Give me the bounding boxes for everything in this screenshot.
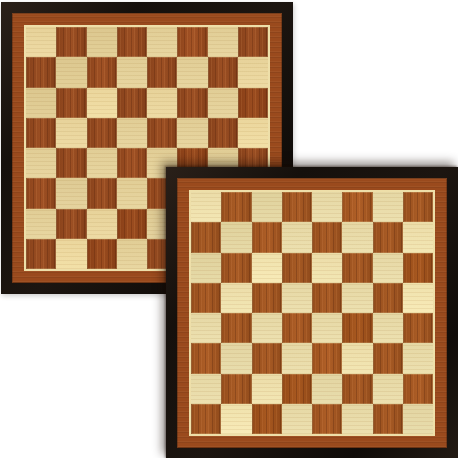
chessboard-front-square-r2c3: [252, 222, 282, 252]
chessboard-back-square-r4c5: [147, 118, 177, 148]
chessboard-back-square-r4c2: [56, 118, 86, 148]
chessboard-front-square-r4c6: [342, 283, 372, 313]
chessboard-front-square-r5c2: [221, 313, 251, 343]
chessboard-back-square-r2c6: [177, 57, 207, 87]
chessboard-back-square-r8c3: [87, 239, 117, 269]
chessboard-front-square-r2c5: [312, 222, 342, 252]
chessboard-front-square-r2c7: [373, 222, 403, 252]
chessboard-front-square-r8c6: [342, 404, 372, 434]
chessboard-front-square-r7c7: [373, 374, 403, 404]
chessboard-back-square-r2c5: [147, 57, 177, 87]
chessboard-front-square-r4c3: [252, 283, 282, 313]
chessboard-front-square-r8c3: [252, 404, 282, 434]
chessboard-front-square-r6c6: [342, 343, 372, 373]
chessboard-back-square-r8c1: [26, 239, 56, 269]
chessboard-front-square-r2c6: [342, 222, 372, 252]
chessboard-front-mahogany-border: [177, 178, 447, 448]
chessboard-front-square-r6c8: [403, 343, 433, 373]
chessboard-front-square-r1c1: [191, 192, 221, 222]
chessboard-back-square-r1c6: [177, 27, 207, 57]
chessboard-front-square-r4c4: [282, 283, 312, 313]
chessboard-front-square-r1c5: [312, 192, 342, 222]
chessboard-back-square-r3c5: [147, 88, 177, 118]
chessboard-front-square-r7c4: [282, 374, 312, 404]
product-photo-background: [0, 0, 458, 458]
chessboard-front-square-r1c8: [403, 192, 433, 222]
chessboard-front-square-r2c2: [221, 222, 251, 252]
chessboard-back-square-r3c7: [208, 88, 238, 118]
chessboard-front-square-r3c6: [342, 253, 372, 283]
chessboard-front-square-r2c4: [282, 222, 312, 252]
chessboard-back-square-r3c2: [56, 88, 86, 118]
chessboard-back-square-r8c2: [56, 239, 86, 269]
chessboard-front-square-r3c1: [191, 253, 221, 283]
chessboard-front-square-r8c7: [373, 404, 403, 434]
chessboard-front-square-r8c5: [312, 404, 342, 434]
chessboard-back-square-r2c1: [26, 57, 56, 87]
chessboard-front-square-r1c6: [342, 192, 372, 222]
chessboard-front-square-r5c4: [282, 313, 312, 343]
chessboard-back-square-r7c2: [56, 209, 86, 239]
chessboard-back-square-r3c1: [26, 88, 56, 118]
chessboard-back-square-r3c4: [117, 88, 147, 118]
chessboard-back-square-r1c5: [147, 27, 177, 57]
chessboard-back-square-r3c6: [177, 88, 207, 118]
chessboard-back-square-r5c2: [56, 148, 86, 178]
chessboard-front-square-r8c1: [191, 404, 221, 434]
chessboard-front-square-r3c3: [252, 253, 282, 283]
chessboard-front-square-r6c1: [191, 343, 221, 373]
chessboard-front-square-r3c7: [373, 253, 403, 283]
chessboard-front-square-r1c2: [221, 192, 251, 222]
chessboard-front: [166, 167, 458, 458]
chessboard-front-square-r4c2: [221, 283, 251, 313]
chessboard-front-square-r7c3: [252, 374, 282, 404]
chessboard-back-square-r1c4: [117, 27, 147, 57]
chessboard-front-square-r6c3: [252, 343, 282, 373]
chessboard-back-square-r5c1: [26, 148, 56, 178]
chessboard-front-square-r8c2: [221, 404, 251, 434]
chessboard-front-square-r5c3: [252, 313, 282, 343]
chessboard-back-square-r1c7: [208, 27, 238, 57]
chessboard-front-square-r7c5: [312, 374, 342, 404]
chessboard-front-square-r7c1: [191, 374, 221, 404]
chessboard-front-square-r1c7: [373, 192, 403, 222]
chessboard-back-square-r4c7: [208, 118, 238, 148]
chessboard-front-square-r6c5: [312, 343, 342, 373]
chessboard-back-square-r7c3: [87, 209, 117, 239]
chessboard-back-square-r4c4: [117, 118, 147, 148]
chessboard-front-square-r5c7: [373, 313, 403, 343]
chessboard-front-square-r3c5: [312, 253, 342, 283]
chessboard-back-square-r5c4: [117, 148, 147, 178]
chessboard-front-square-r4c8: [403, 283, 433, 313]
chessboard-back-square-r4c3: [87, 118, 117, 148]
chessboard-back-square-r1c2: [56, 27, 86, 57]
chessboard-front-square-r1c3: [252, 192, 282, 222]
chessboard-front-square-r5c5: [312, 313, 342, 343]
chessboard-front-square-r3c8: [403, 253, 433, 283]
chessboard-front-square-r4c5: [312, 283, 342, 313]
chessboard-back-square-r3c3: [87, 88, 117, 118]
chessboard-front-square-r2c1: [191, 222, 221, 252]
chessboard-back-square-r4c1: [26, 118, 56, 148]
chessboard-back-square-r2c2: [56, 57, 86, 87]
chessboard-front-square-r6c2: [221, 343, 251, 373]
chessboard-front-square-r5c1: [191, 313, 221, 343]
chessboard-back-square-r6c1: [26, 178, 56, 208]
chessboard-front-square-r8c8: [403, 404, 433, 434]
chessboard-front-square-r2c8: [403, 222, 433, 252]
chessboard-front-square-r5c8: [403, 313, 433, 343]
chessboard-back-square-r1c3: [87, 27, 117, 57]
chessboard-back-square-r1c1: [26, 27, 56, 57]
chessboard-front-grid: [189, 190, 435, 436]
chessboard-back-square-r6c4: [117, 178, 147, 208]
chessboard-front-square-r8c4: [282, 404, 312, 434]
chessboard-front-square-r1c4: [282, 192, 312, 222]
chessboard-back-square-r7c1: [26, 209, 56, 239]
chessboard-back-square-r4c8: [238, 118, 268, 148]
chessboard-back-square-r6c3: [87, 178, 117, 208]
chessboard-front-square-r6c7: [373, 343, 403, 373]
chessboard-back-square-r8c4: [117, 239, 147, 269]
chessboard-back-square-r5c3: [87, 148, 117, 178]
chessboard-front-square-r3c2: [221, 253, 251, 283]
chessboard-front-square-r7c2: [221, 374, 251, 404]
chessboard-front-square-r7c6: [342, 374, 372, 404]
chessboard-back-square-r2c7: [208, 57, 238, 87]
chessboard-back-square-r6c2: [56, 178, 86, 208]
chessboard-back-square-r1c8: [238, 27, 268, 57]
chessboard-back-square-r7c4: [117, 209, 147, 239]
chessboard-front-square-r7c8: [403, 374, 433, 404]
chessboard-front-square-r5c6: [342, 313, 372, 343]
chessboard-front-square-r3c4: [282, 253, 312, 283]
chessboard-back-square-r4c6: [177, 118, 207, 148]
chessboard-back-square-r3c8: [238, 88, 268, 118]
chessboard-front-square-r4c7: [373, 283, 403, 313]
chessboard-back-square-r2c8: [238, 57, 268, 87]
chessboard-front-square-r4c1: [191, 283, 221, 313]
chessboard-back-square-r2c3: [87, 57, 117, 87]
chessboard-back-square-r2c4: [117, 57, 147, 87]
chessboard-front-square-r6c4: [282, 343, 312, 373]
